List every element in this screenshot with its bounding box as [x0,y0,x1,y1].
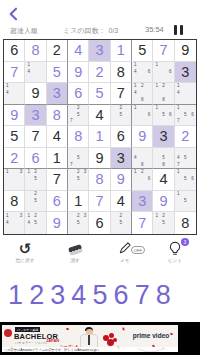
pencil-marks: 16 [132,105,152,126]
sudoku-cell-r8c8[interactable]: 9 [153,191,174,213]
sudoku-cell-r3c9[interactable]: 14 [175,83,196,105]
difficulty-label: 超達人級 [10,26,38,36]
sudoku-cell-r6c2[interactable]: 6 [25,148,46,170]
sudoku-cell-r9c7[interactable]: 7 [132,212,153,234]
pencil-marks: 146 [132,62,152,83]
pencil-marks: 235 [68,169,88,190]
sudoku-cell-r2c9[interactable]: 3 [175,62,196,84]
sudoku-cell-r3c2[interactable]: 9 [25,83,46,105]
mistakes-value: 0/3 [109,27,119,34]
sudoku-cell-r4c5[interactable]: 4 [89,105,110,127]
sudoku-cell-r4c2[interactable]: 3 [25,105,46,127]
undo-label: 元に戻す [15,257,34,263]
eraser-icon [68,244,83,256]
pencil-marks: 14 [175,83,196,104]
sudoku-cell-r2c6[interactable]: 8 [111,62,132,84]
sudoku-cell-r9c1[interactable]: 134 [4,212,25,234]
sudoku-cell-r4c1[interactable]: 9 [4,105,25,127]
sudoku-cell-r7c3[interactable]: 7 [47,169,68,191]
sudoku-cell-r2c8[interactable]: 16 [153,62,174,84]
sudoku-cell-r8c1[interactable]: 8 [4,191,25,213]
sudoku-cell-r7c6[interactable]: 9 [111,169,132,191]
pencil-marks: 16 [153,62,173,83]
sudoku-cell-r6c8[interactable]: 58 [153,148,174,170]
pause-icon [180,25,183,35]
sudoku-cell-r8c6[interactable]: 4 [111,191,132,213]
sudoku-cell-r8c9[interactable]: 15 [175,191,196,213]
sudoku-cell-r9c5[interactable]: 6 [89,212,110,234]
sudoku-cell-r4c6[interactable]: 25 [111,105,132,127]
sudoku-cell-r1c8[interactable]: 7 [153,40,174,62]
sudoku-cell-r9c9[interactable]: 8 [175,212,196,234]
sudoku-cell-r8c4[interactable]: 1 [68,191,89,213]
pencil-marks: 14 [25,62,45,83]
sudoku-cell-r7c2[interactable]: 125 [25,169,46,191]
sudoku-cell-r4c3[interactable]: 8 [47,105,68,127]
pencil-marks: 125 [153,212,173,234]
pencil-marks: 134 [4,212,24,234]
pencil-marks: 128 [153,83,173,104]
sudoku-cell-r8c3[interactable]: 6 [47,191,68,213]
chevron-left-icon [6,6,22,22]
sudoku-cell-r5c1[interactable]: 5 [4,126,25,148]
pencil-marks: 156 [153,105,173,126]
sudoku-cell-r8c7[interactable]: 3 [132,191,153,213]
sudoku-board: 6824315797145928146163149365712481281493… [3,39,197,235]
erase-label: 消す [70,257,80,263]
hint-count-badge: 3 [181,238,189,246]
pencil-marks: 57 [68,148,88,169]
toolbar: ↺ 元に戻す 消す OFF メモ 3 ヒント [0,240,200,270]
pause-button[interactable] [174,25,188,35]
sudoku-cell-r5c2[interactable]: 7 [25,126,46,148]
sudoku-cell-r1c1[interactable]: 6 [4,40,25,62]
sudoku-cell-r5c3[interactable]: 4 [47,126,68,148]
sudoku-cell-r5c8[interactable]: 3 [153,126,174,148]
pause-icon [174,25,177,35]
numpad-digit-6[interactable]: 6 [111,276,132,314]
pencil-marks: 58 [153,148,173,169]
numpad-digit-8[interactable]: 8 [153,276,174,314]
ad-brand-logo [4,329,12,337]
pencil-marks: 235 [68,212,88,234]
ad-brand-kana: バチェラー・ジャパン [15,341,47,345]
sudoku-cell-r9c3[interactable]: 9 [47,212,68,234]
pencil-marks: 48 [132,148,152,169]
sudoku-cell-r9c4[interactable]: 235 [68,212,89,234]
numpad-digit-4[interactable]: 4 [68,276,89,314]
numpad-digit-7[interactable]: 7 [132,276,153,314]
number-pad: 12345678 [5,276,195,314]
sudoku-cell-r9c6[interactable]: 25 [111,212,132,234]
memo-label: メモ [120,257,130,263]
mistakes-counter: ミスの回数：0/3 [63,26,118,36]
ad-banner[interactable]: バラエティ番組 BACHELOR JAPAN バチェラー・ジャパン シーズン4 … [0,322,200,355]
sudoku-cell-r7c4[interactable]: 235 [68,169,89,191]
sudoku-cell-r3c3[interactable]: 3 [47,83,68,105]
ad-fine-print: この広告はAmazonプライムの広告です。詳しくはAmazon.co.jpへ [2,347,178,352]
pencil-marks: 257 [68,105,88,126]
sudoku-cell-r1c9[interactable]: 9 [175,40,196,62]
pencil-marks: 126 [132,169,152,190]
sudoku-cell-r7c8[interactable]: 4 [153,169,174,191]
memo-button[interactable]: OFF メモ [103,240,147,263]
sudoku-cell-r6c7[interactable]: 48 [132,148,153,170]
sudoku-cell-r5c7[interactable]: 9 [132,126,153,148]
pencil-marks: 125 [25,169,45,190]
sudoku-cell-r3c8[interactable]: 128 [153,83,174,105]
undo-icon: ↺ [19,241,32,256]
back-button[interactable] [6,6,22,22]
pencil-marks: 25 [25,191,45,212]
pencil-marks: 1567 [175,105,196,126]
pencil-marks: 25 [111,105,131,126]
sudoku-cell-r2c2[interactable]: 14 [25,62,46,84]
numpad-digit-3[interactable]: 3 [47,276,68,314]
sudoku-cell-r4c4[interactable]: 257 [68,105,89,127]
sudoku-cell-r6c4[interactable]: 57 [68,148,89,170]
sudoku-cell-r3c4[interactable]: 6 [68,83,89,105]
sudoku-cell-r4c9[interactable]: 1567 [175,105,196,127]
hint-label: ヒント [168,257,183,263]
sudoku-cell-r3c1[interactable]: 14 [4,83,25,105]
numpad-digit-1[interactable]: 1 [5,276,26,314]
sudoku-cell-r6c1[interactable]: 2 [4,148,25,170]
sudoku-cell-r9c8[interactable]: 125 [153,212,174,234]
sudoku-cell-r8c2[interactable]: 25 [25,191,46,213]
lightbulb-icon [168,241,182,256]
pencil-marks: 1245 [25,212,45,234]
sudoku-cell-r2c7[interactable]: 146 [132,62,153,84]
sudoku-cell-r1c4[interactable]: 4 [68,40,89,62]
sudoku-cell-r3c5[interactable]: 5 [89,83,110,105]
sudoku-cell-r1c6[interactable]: 1 [111,40,132,62]
pencil-marks: 457 [175,148,196,169]
pencil-icon [118,241,132,255]
sudoku-cell-r6c9[interactable]: 457 [175,148,196,170]
pencil-marks: 25 [111,212,131,234]
sudoku-cell-r4c8[interactable]: 156 [153,105,174,127]
timer: 35:54 [145,25,164,34]
pencil-marks: 14 [4,83,24,104]
sudoku-cell-r7c7[interactable]: 126 [132,169,153,191]
hint-button[interactable]: 3 ヒント [153,240,197,263]
sudoku-cell-r2c4[interactable]: 9 [68,62,89,84]
sudoku-cell-r2c3[interactable]: 5 [47,62,68,84]
sudoku-cell-r1c5[interactable]: 3 [89,40,110,62]
memo-state-badge: OFF [131,246,145,254]
pencil-marks: 1248 [132,83,152,104]
sudoku-cell-r1c2[interactable]: 8 [25,40,46,62]
sudoku-cell-r7c1[interactable]: 13 [4,169,25,191]
sudoku-cell-r2c5[interactable]: 2 [89,62,110,84]
undo-button[interactable]: ↺ 元に戻す [3,240,47,263]
erase-button[interactable]: 消す [53,240,97,263]
pencil-marks: 156 [175,169,196,190]
numpad-digit-5[interactable]: 5 [89,276,110,314]
prime-video-text: prime video [126,332,176,339]
sudoku-cell-r6c3[interactable]: 1 [47,148,68,170]
sudoku-cell-r4c7[interactable]: 16 [132,105,153,127]
sudoku-cell-r6c6[interactable]: 3 [111,148,132,170]
sudoku-cell-r2c1[interactable]: 7 [4,62,25,84]
sudoku-cell-r7c9[interactable]: 156 [175,169,196,191]
ad-brand-sub: JAPAN [46,338,59,343]
sudoku-cell-r5c4[interactable]: 8 [68,126,89,148]
pencil-marks: 15 [175,191,196,212]
sudoku-cell-r5c6[interactable]: 6 [111,126,132,148]
ad-image: バラエティ番組 BACHELOR JAPAN バチェラー・ジャパン シーズン4 … [2,325,178,352]
sudoku-cell-r1c7[interactable]: 5 [132,40,153,62]
status-bar: 超達人級 ミスの回数：0/3 35:54 [0,25,200,37]
sudoku-cell-r9c2[interactable]: 1245 [25,212,46,234]
sudoku-cell-r1c3[interactable]: 2 [47,40,68,62]
sudoku-cell-r3c6[interactable]: 7 [111,83,132,105]
sudoku-cell-r8c5[interactable]: 7 [89,191,110,213]
pencil-marks: 13 [4,169,24,190]
sudoku-cell-r6c5[interactable]: 9 [89,148,110,170]
sudoku-cell-r5c9[interactable]: 2 [175,126,196,148]
sudoku-cell-r5c5[interactable]: 1 [89,126,110,148]
sudoku-cell-r7c5[interactable]: 8 [89,169,110,191]
sudoku-cell-r3c7[interactable]: 1248 [132,83,153,105]
mistakes-label: ミスの回数： [63,27,106,34]
numpad-digit-2[interactable]: 2 [26,276,47,314]
